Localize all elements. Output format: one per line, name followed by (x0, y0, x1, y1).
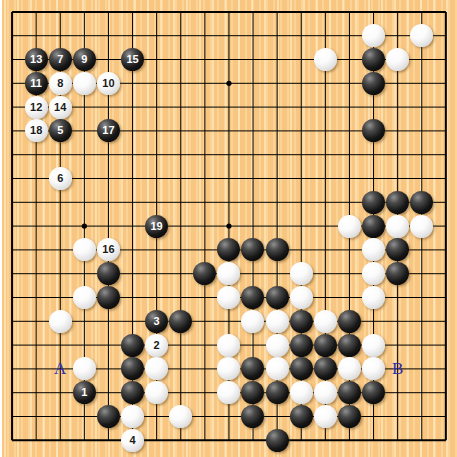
left-margin (0, 0, 2, 457)
stone-white (362, 238, 385, 261)
move-number: 4 (129, 435, 135, 446)
stone-white (145, 381, 168, 404)
stones-layer: 13791511810121418517619163214AB (0, 0, 457, 453)
stone-black (266, 238, 289, 261)
stone-black (362, 191, 385, 214)
stone-black: 1 (73, 381, 96, 404)
stone-white: 18 (25, 119, 48, 142)
stone-black (362, 72, 385, 95)
stone-black (338, 334, 361, 357)
move-number: 11 (30, 78, 42, 89)
stone-black (121, 381, 144, 404)
stone-black (290, 357, 313, 380)
stone-black: 13 (25, 48, 48, 71)
stone-white: 12 (25, 96, 48, 119)
stone-white (338, 357, 361, 380)
stone-black (314, 357, 337, 380)
stone-white (362, 262, 385, 285)
stone-black (314, 334, 337, 357)
stone-white (362, 334, 385, 357)
stone-white (169, 405, 192, 428)
stone-black (362, 215, 385, 238)
stone-white (73, 357, 96, 380)
stone-black (338, 310, 361, 333)
goban[interactable]: 13791511810121418517619163214AB (0, 0, 457, 457)
move-number: 3 (154, 316, 160, 327)
stone-black: 3 (145, 310, 168, 333)
move-number: 5 (57, 125, 63, 136)
stone-white (241, 310, 264, 333)
stone-white: 10 (97, 72, 120, 95)
move-number: 13 (30, 54, 42, 65)
stone-white (362, 24, 385, 47)
stone-white (145, 357, 168, 380)
stone-white (290, 262, 313, 285)
stone-black (386, 238, 409, 261)
stone-white (266, 357, 289, 380)
stone-black (266, 286, 289, 309)
stone-black (241, 381, 264, 404)
stone-black (386, 262, 409, 285)
stone-black (241, 405, 264, 428)
stone-white (217, 286, 240, 309)
stone-black (121, 357, 144, 380)
stone-white (73, 238, 96, 261)
stone-white (121, 405, 144, 428)
stone-black (266, 429, 289, 452)
stone-black (241, 357, 264, 380)
move-number: 9 (81, 54, 87, 65)
stone-white (73, 72, 96, 95)
move-number: 14 (54, 102, 66, 113)
stone-black (97, 286, 120, 309)
stone-white (49, 310, 72, 333)
stone-white: 6 (49, 167, 72, 190)
stone-white (386, 48, 409, 71)
stone-black (290, 405, 313, 428)
stone-white (73, 286, 96, 309)
move-number: 18 (30, 125, 42, 136)
stone-black: 19 (145, 215, 168, 238)
point-label-A: A (54, 360, 66, 377)
stone-black (290, 310, 313, 333)
stone-black (410, 191, 433, 214)
stone-white (290, 381, 313, 404)
stone-white (217, 334, 240, 357)
stone-black (266, 381, 289, 404)
stone-black: 7 (49, 48, 72, 71)
stone-white: 8 (49, 72, 72, 95)
stone-black (121, 334, 144, 357)
stone-black (97, 262, 120, 285)
move-number: 19 (150, 221, 162, 232)
stone-white (217, 262, 240, 285)
move-number: 15 (126, 54, 138, 65)
stone-white (217, 357, 240, 380)
stone-white (266, 334, 289, 357)
move-number: 8 (57, 78, 63, 89)
stone-black (362, 381, 385, 404)
stone-black: 5 (49, 119, 72, 142)
stone-black (97, 405, 120, 428)
stone-black (338, 381, 361, 404)
move-number: 12 (30, 102, 42, 113)
stone-black: 11 (25, 72, 48, 95)
stone-white (314, 310, 337, 333)
stone-white: 2 (145, 334, 168, 357)
move-number: 7 (57, 54, 63, 65)
point-label-B: B (392, 360, 403, 377)
go-diagram: 13791511810121418517619163214AB (0, 0, 457, 457)
move-number: 2 (154, 340, 160, 351)
stone-black (169, 310, 192, 333)
stone-black (386, 191, 409, 214)
stone-white: 14 (49, 96, 72, 119)
stone-black: 17 (97, 119, 120, 142)
stone-white (290, 286, 313, 309)
stone-white (314, 381, 337, 404)
stone-white (217, 381, 240, 404)
stone-white (338, 215, 361, 238)
stone-white (362, 357, 385, 380)
move-number: 1 (81, 387, 87, 398)
stone-white (266, 310, 289, 333)
move-number: 17 (102, 125, 114, 136)
stone-black (290, 334, 313, 357)
stone-white (314, 405, 337, 428)
move-number: 6 (57, 173, 63, 184)
stone-black (241, 286, 264, 309)
stone-white (362, 286, 385, 309)
stone-black (241, 238, 264, 261)
stone-white: 4 (121, 429, 144, 452)
stone-black: 15 (121, 48, 144, 71)
stone-white: 16 (97, 238, 120, 261)
stone-white (314, 48, 337, 71)
stone-black (362, 48, 385, 71)
move-number: 10 (102, 78, 114, 89)
stone-black: 9 (73, 48, 96, 71)
stone-black (193, 262, 216, 285)
stone-white (386, 215, 409, 238)
stone-white (410, 24, 433, 47)
move-number: 16 (102, 244, 114, 255)
stone-white (410, 215, 433, 238)
stone-black (217, 238, 240, 261)
stone-black (362, 119, 385, 142)
stone-black (338, 405, 361, 428)
